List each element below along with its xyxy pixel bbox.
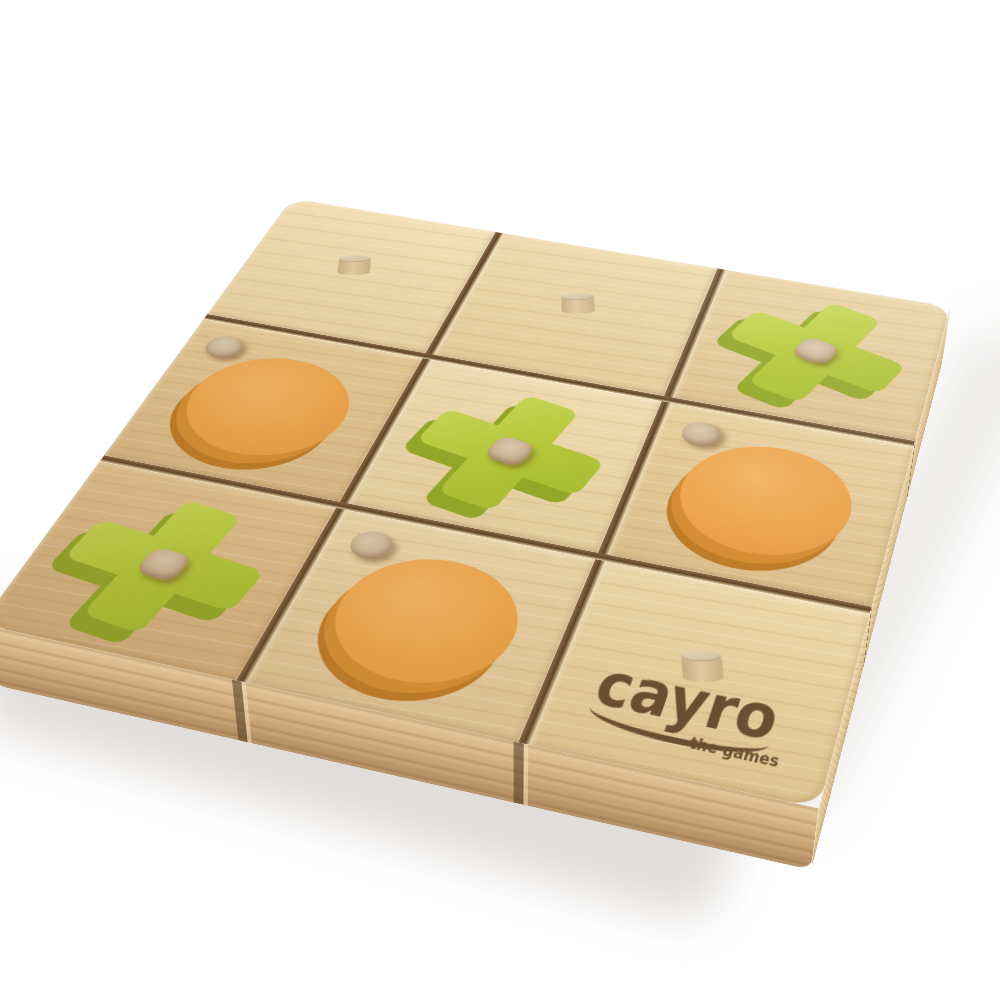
disc-layer bbox=[297, 554, 530, 710]
peg-top bbox=[561, 293, 594, 300]
tictactoe-board: cayro the games bbox=[0, 199, 950, 809]
product-photo: cayro the games bbox=[0, 0, 1000, 1000]
empty-peg bbox=[561, 293, 595, 313]
disc-layer bbox=[653, 442, 857, 578]
peg-top-through-piece bbox=[200, 334, 249, 361]
board-3d-wrapper: cayro the games bbox=[0, 199, 950, 809]
disc-layer bbox=[662, 434, 865, 569]
x-piece[interactable] bbox=[27, 483, 297, 653]
disc-layer bbox=[290, 561, 524, 718]
cross-arm bbox=[64, 510, 226, 645]
o-piece[interactable] bbox=[308, 545, 539, 699]
peg-top bbox=[681, 651, 722, 661]
cross-arm bbox=[82, 500, 242, 634]
peg-top-through-piece bbox=[134, 546, 193, 583]
disc-layer bbox=[308, 545, 539, 699]
o-piece[interactable] bbox=[160, 347, 371, 468]
cross-arm bbox=[46, 529, 248, 623]
empty-peg bbox=[337, 255, 371, 274]
disc-layer bbox=[648, 448, 853, 585]
x-piece[interactable] bbox=[698, 285, 932, 424]
peg-top-through-piece bbox=[345, 528, 399, 562]
x-piece[interactable] bbox=[385, 378, 632, 531]
peg-top-through-piece bbox=[678, 419, 726, 449]
cross-arm bbox=[64, 519, 265, 612]
o-piece[interactable] bbox=[662, 434, 865, 569]
